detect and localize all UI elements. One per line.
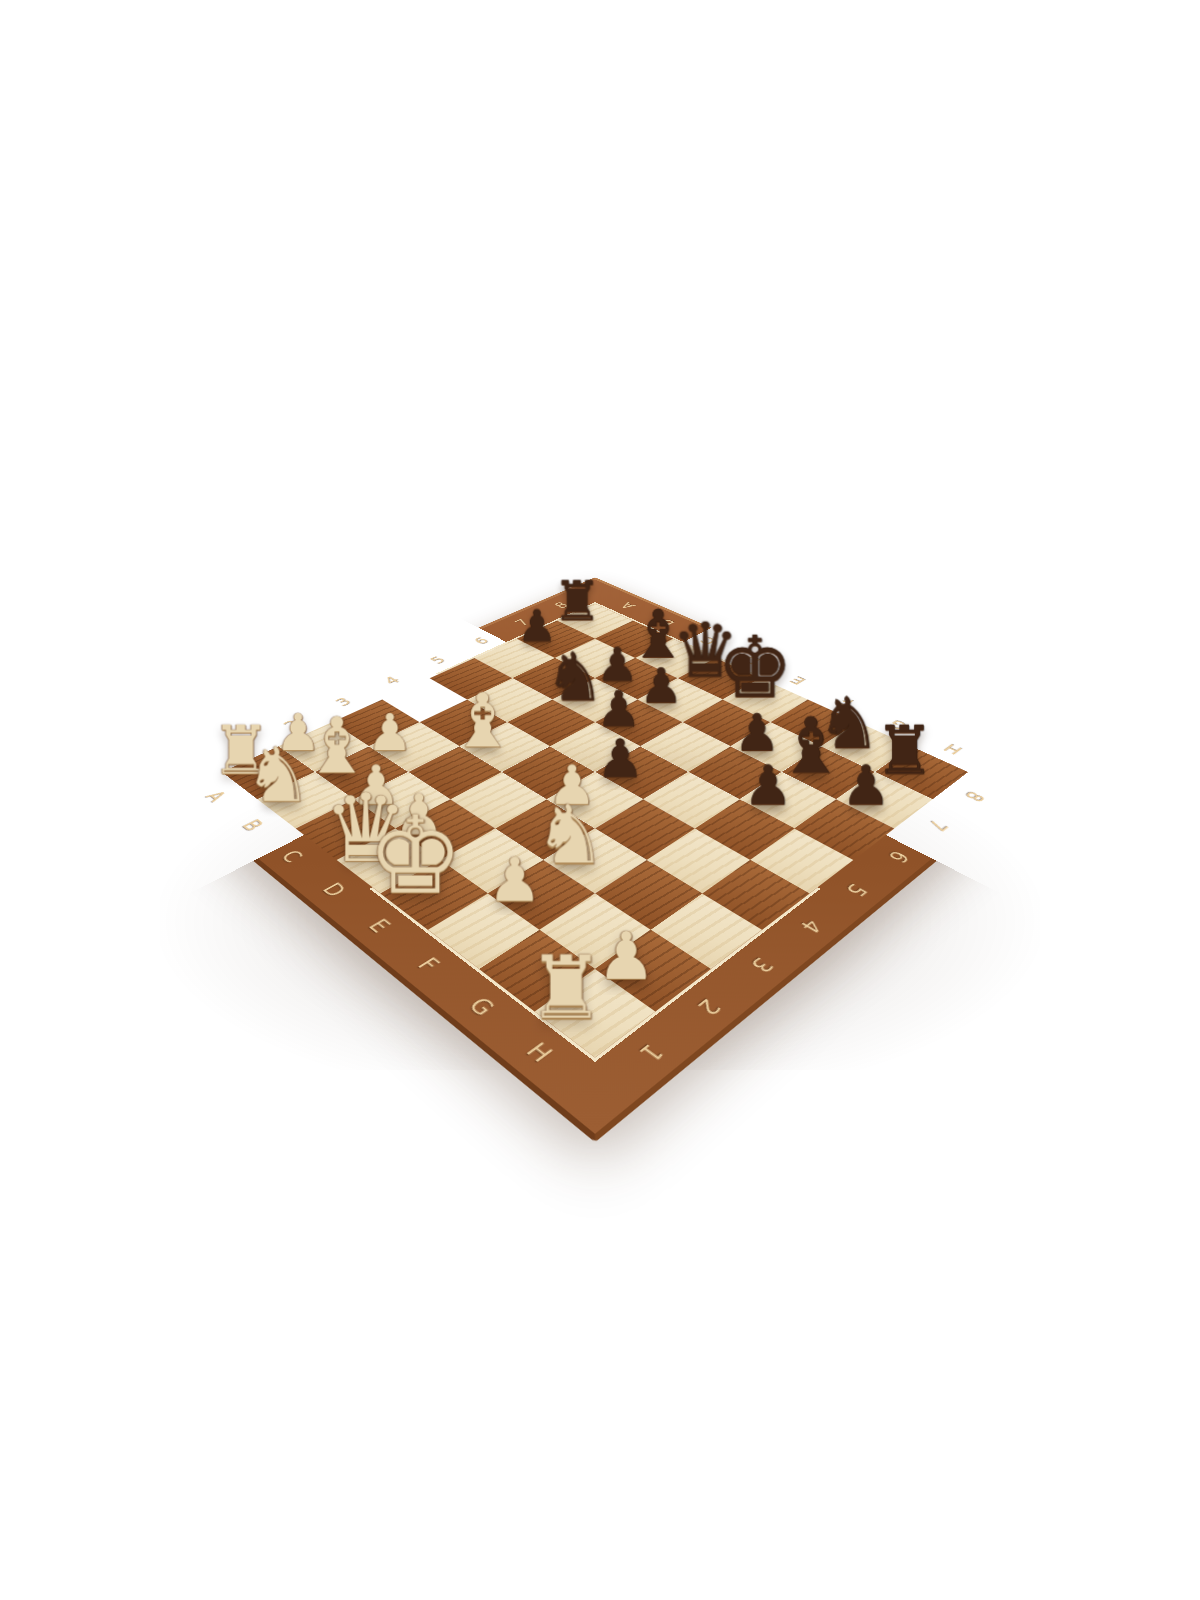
white-rook-h1[interactable]: ♜ bbox=[523, 946, 610, 1033]
white-pawn-f2[interactable]: ♟ bbox=[476, 850, 553, 911]
coordinate-label-7-left: 7 bbox=[492, 608, 554, 637]
coordinate-label-e-top: E bbox=[763, 664, 833, 698]
black-pawn-a7[interactable]: ♟ bbox=[509, 604, 565, 648]
square-c8[interactable]: ♝ bbox=[635, 639, 715, 678]
photo-scene: ABCDEFGH ABCDEFGH 12345678 12345678 ♜♝♛♚… bbox=[0, 0, 1200, 1600]
square-a4[interactable] bbox=[382, 678, 467, 722]
square-b8[interactable] bbox=[595, 621, 673, 658]
coordinate-label-5-left: 5 bbox=[406, 644, 470, 676]
black-pawn-h7[interactable]: ♟ bbox=[831, 758, 900, 813]
black-queen-d8[interactable]: ♛ bbox=[671, 613, 730, 688]
square-d7[interactable]: ♟ bbox=[638, 678, 723, 722]
black-knight-c6[interactable]: ♞ bbox=[544, 643, 605, 710]
black-pawn-d6[interactable]: ♟ bbox=[587, 684, 650, 734]
coordinate-label-d-top: D bbox=[718, 644, 786, 676]
coordinate-label-c-top: C bbox=[676, 626, 741, 657]
square-a6[interactable] bbox=[474, 639, 554, 678]
square-c6[interactable]: ♞ bbox=[552, 678, 637, 722]
square-a5[interactable] bbox=[430, 658, 513, 700]
white-knight-b1[interactable]: ♞ bbox=[243, 737, 312, 813]
coordinate-label-a-top: A bbox=[598, 592, 659, 620]
square-d8[interactable]: ♛ bbox=[678, 658, 761, 700]
square-b7[interactable] bbox=[555, 639, 635, 678]
coordinate-label-8-left: 8 bbox=[532, 592, 593, 620]
product-photo-page: { "game": "chess", "scene": "wooden tour… bbox=[0, 0, 1200, 1600]
square-a7[interactable]: ♟ bbox=[517, 621, 595, 658]
square-b5[interactable] bbox=[467, 678, 552, 722]
square-b6[interactable] bbox=[512, 658, 595, 700]
black-pawn-g6[interactable]: ♟ bbox=[733, 758, 802, 813]
black-king-e8[interactable]: ♚ bbox=[717, 625, 778, 710]
black-pawn-d7[interactable]: ♟ bbox=[631, 662, 692, 710]
black-rook-a8[interactable]: ♜ bbox=[550, 575, 605, 630]
coordinate-label-4-left: 4 bbox=[359, 664, 425, 698]
black-bishop-c8[interactable]: ♝ bbox=[629, 601, 687, 667]
black-pawn-c7[interactable]: ♟ bbox=[588, 641, 647, 688]
coordinate-label-b-top: B bbox=[636, 608, 699, 637]
coordinate-label-6-left: 6 bbox=[450, 626, 513, 657]
white-king-e1[interactable]: ♚ bbox=[367, 803, 444, 910]
square-c7[interactable]: ♟ bbox=[595, 658, 678, 700]
square-a8[interactable]: ♜ bbox=[557, 604, 633, 639]
